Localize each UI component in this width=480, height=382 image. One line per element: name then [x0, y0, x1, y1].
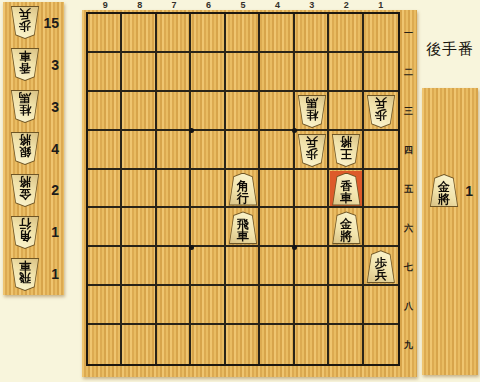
hand-piece-count: 1	[465, 184, 473, 198]
piece-kanji-label: 香車	[340, 180, 353, 204]
hand-slot: 金將1	[422, 170, 478, 211]
board-cell[interactable]	[122, 131, 156, 170]
board-cell[interactable]	[226, 92, 260, 131]
hoshi-dot	[189, 128, 194, 133]
piece-ginsho[interactable]: 銀將	[10, 132, 40, 165]
hand-piece-count: 15	[43, 16, 59, 30]
hand-piece-count: 3	[51, 100, 59, 114]
rank-label: 八	[401, 301, 416, 311]
board-cell[interactable]	[329, 325, 363, 364]
piece-fuhyo[interactable]: 歩兵	[10, 6, 40, 39]
board-cell[interactable]	[329, 247, 363, 286]
hand-slot	[422, 334, 478, 375]
board-cell[interactable]	[295, 170, 329, 209]
file-label: 2	[344, 0, 349, 10]
board-cell[interactable]	[295, 14, 329, 53]
file-label: 4	[275, 0, 280, 10]
board-cell[interactable]	[295, 53, 329, 92]
hand-slot: 香車3	[3, 44, 64, 86]
rank-label: 九	[401, 340, 416, 350]
hand-slot: 歩兵15	[3, 2, 64, 44]
board-cell[interactable]	[364, 14, 398, 53]
board-cell[interactable]	[157, 14, 191, 53]
hand-piece-count: 1	[51, 267, 59, 281]
board-cell[interactable]	[88, 247, 122, 286]
board-cell[interactable]	[191, 286, 225, 325]
board-cell[interactable]	[122, 247, 156, 286]
rank-label: 六	[401, 223, 416, 233]
file-label: 7	[172, 0, 177, 10]
board-cell[interactable]	[157, 53, 191, 92]
piece-kanji-label: 桂馬	[19, 92, 32, 116]
board-cell[interactable]	[122, 170, 156, 209]
board-cell[interactable]	[226, 286, 260, 325]
board-cell[interactable]	[157, 247, 191, 286]
board-cell[interactable]	[364, 286, 398, 325]
board-cell[interactable]	[260, 247, 294, 286]
turn-indicator: 後手番	[421, 40, 479, 59]
piece-kanji-label: 角行	[237, 180, 250, 204]
board-cell[interactable]	[88, 170, 122, 209]
file-labels: 987654321	[82, 0, 417, 10]
board-cell[interactable]	[88, 286, 122, 325]
board-cell[interactable]	[88, 53, 122, 92]
piece-kanji-label: 飛車	[19, 260, 32, 284]
board-cell[interactable]	[260, 92, 294, 131]
hand-slot	[422, 293, 478, 334]
file-label: 5	[240, 0, 245, 10]
hand-slot: 桂馬3	[3, 86, 64, 128]
piece-kanji-label: 香車	[19, 50, 32, 74]
board-cell[interactable]	[260, 170, 294, 209]
hand-piece-count: 2	[51, 183, 59, 197]
piece-kanji-label: 銀將	[19, 134, 32, 158]
rank-label: 一	[401, 28, 416, 38]
board-cell[interactable]	[157, 92, 191, 131]
piece-kinsho[interactable]: 金將	[429, 174, 459, 207]
piece-kanji-label: 歩兵	[19, 8, 32, 32]
board-cell[interactable]	[329, 286, 363, 325]
rank-label: 五	[401, 184, 416, 194]
board-cell[interactable]	[157, 208, 191, 247]
board-cell[interactable]	[122, 325, 156, 364]
board-cell[interactable]	[226, 247, 260, 286]
board-cell[interactable]	[329, 92, 363, 131]
piece-kyosha[interactable]: 香車	[10, 48, 40, 81]
board-cell[interactable]	[157, 286, 191, 325]
piece-kakugyo[interactable]: 角行	[10, 216, 40, 249]
file-label: 8	[137, 0, 142, 10]
rank-label: 二	[401, 67, 416, 77]
hand-slot	[422, 88, 478, 129]
hand-piece-count: 4	[51, 142, 59, 156]
piece-keima[interactable]: 桂馬	[10, 90, 40, 123]
board-cell[interactable]	[191, 247, 225, 286]
hand-piece-count: 3	[51, 58, 59, 72]
shogi-app: 歩兵15香車3桂馬3銀將4金將2角行1飛車1 987654321 一二三四五六七…	[0, 0, 480, 382]
board-cell[interactable]	[122, 92, 156, 131]
hand-slot: 金將2	[3, 169, 64, 211]
board-cell[interactable]	[260, 286, 294, 325]
gote-captured-pieces-stand: 歩兵15香車3桂馬3銀將4金將2角行1飛車1	[3, 2, 64, 295]
piece-kanji-label: 金將	[438, 181, 451, 205]
board-cell[interactable]	[88, 131, 122, 170]
hoshi-dot	[189, 245, 194, 250]
board-cell[interactable]	[295, 247, 329, 286]
file-label: 3	[309, 0, 314, 10]
board-cell[interactable]	[191, 92, 225, 131]
hand-slot: 角行1	[3, 211, 64, 253]
board-cell[interactable]	[226, 53, 260, 92]
rank-label: 七	[401, 262, 416, 272]
board-cell[interactable]	[191, 170, 225, 209]
board-cell[interactable]	[122, 53, 156, 92]
file-label: 1	[378, 0, 383, 10]
file-label: 9	[103, 0, 108, 10]
board-cell[interactable]	[122, 286, 156, 325]
hand-piece-count: 1	[51, 225, 59, 239]
board-cell[interactable]	[364, 170, 398, 209]
board-cell[interactable]	[191, 208, 225, 247]
piece-kanji-label: 金將	[19, 176, 32, 200]
board-cell[interactable]	[122, 208, 156, 247]
piece-kanji-label: 歩兵	[305, 136, 318, 160]
board-cell[interactable]	[226, 14, 260, 53]
hand-slot: 銀將4	[3, 128, 64, 170]
hand-slot	[422, 252, 478, 293]
board-cell[interactable]	[191, 14, 225, 53]
hand-slot: 飛車1	[3, 253, 64, 295]
hoshi-dot	[292, 245, 297, 250]
rank-label: 四	[401, 145, 416, 155]
piece-hisha[interactable]: 飛車	[10, 258, 40, 291]
rank-label: 三	[401, 106, 416, 116]
board-cell[interactable]	[191, 131, 225, 170]
board-cell[interactable]	[364, 208, 398, 247]
piece-kanji-label: 角行	[19, 218, 32, 242]
piece-kanji-label: 桂馬	[305, 97, 318, 121]
board-cell[interactable]	[295, 286, 329, 325]
board-cell[interactable]	[157, 170, 191, 209]
board-cell[interactable]	[329, 53, 363, 92]
board-cell[interactable]	[88, 325, 122, 364]
board-cell[interactable]	[157, 131, 191, 170]
board-cell[interactable]	[157, 325, 191, 364]
shogi-board: 一二三四五六七八九桂馬歩兵歩兵王將香車角行飛車金將歩兵	[82, 10, 417, 377]
piece-kanji-label: 金將	[340, 218, 353, 242]
board-cell[interactable]	[88, 208, 122, 247]
board-cell[interactable]	[88, 92, 122, 131]
board-cell[interactable]	[260, 208, 294, 247]
hand-slot	[422, 211, 478, 252]
board-cell[interactable]	[260, 14, 294, 53]
piece-kinsho[interactable]: 金將	[10, 174, 40, 207]
piece-kanji-label: 歩兵	[374, 257, 387, 281]
board-cell[interactable]	[364, 325, 398, 364]
sente-captured-pieces-stand: 金將1	[422, 88, 478, 375]
board-cell[interactable]	[295, 208, 329, 247]
board-cell[interactable]	[88, 14, 122, 53]
board-cell[interactable]	[260, 325, 294, 364]
file-label: 6	[206, 0, 211, 10]
board-cell[interactable]	[260, 53, 294, 92]
board-cell[interactable]	[191, 325, 225, 364]
piece-kanji-label: 飛車	[237, 218, 250, 242]
board-cell[interactable]	[260, 131, 294, 170]
board-cell[interactable]	[191, 53, 225, 92]
board-cell[interactable]	[226, 325, 260, 364]
board-cell[interactable]	[122, 14, 156, 53]
board-cell[interactable]	[226, 131, 260, 170]
board-cell[interactable]	[364, 131, 398, 170]
board-cell[interactable]	[295, 325, 329, 364]
piece-kanji-label: 王將	[340, 136, 353, 160]
piece-kanji-label: 歩兵	[374, 97, 387, 121]
board-cell[interactable]	[329, 14, 363, 53]
hand-slot	[422, 129, 478, 170]
board-cell[interactable]	[364, 53, 398, 92]
